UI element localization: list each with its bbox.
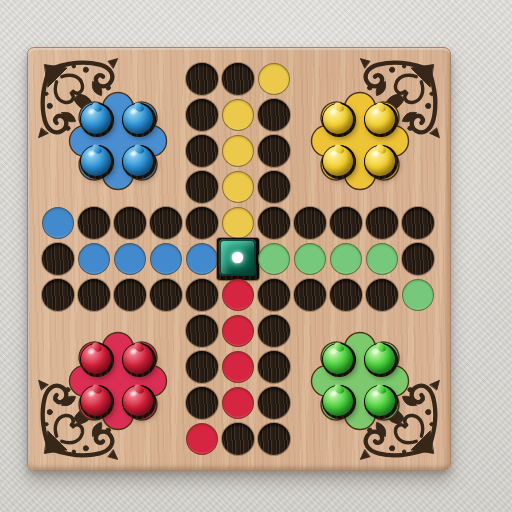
red-marble-1[interactable] [81,344,111,374]
cell-r9c5-hole[interactable] [186,351,218,383]
cell-r7c6-red[interactable] [222,279,254,311]
cell-r1c5-hole[interactable] [186,63,218,95]
cell-r5c5-hole[interactable] [186,207,218,239]
cell-r7c11-green[interactable] [402,279,434,311]
yellow-marble-3[interactable] [323,146,353,176]
blue-marble-3[interactable] [81,146,111,176]
cell-r5c8-hole[interactable] [294,207,326,239]
cell-r2c6-yellow[interactable] [222,99,254,131]
cell-r5c2-hole[interactable] [78,207,110,239]
cell-r6c2-blue[interactable] [78,243,110,275]
cell-r7c5-hole[interactable] [186,279,218,311]
cell-r6c5-blue[interactable] [186,243,218,275]
cell-r4c5-hole[interactable] [186,171,218,203]
cell-r3c7-hole[interactable] [258,135,290,167]
cell-r4c7-hole[interactable] [258,171,290,203]
cell-r2c5-hole[interactable] [186,99,218,131]
cell-r11c7-hole[interactable] [258,423,290,455]
cell-r6c4-blue[interactable] [150,243,182,275]
red-marble-3[interactable] [81,386,111,416]
cell-r7c3-hole[interactable] [114,279,146,311]
cell-r3c5-hole[interactable] [186,135,218,167]
cell-r5c7-hole[interactable] [258,207,290,239]
green-marble-2[interactable] [365,344,395,374]
cell-r7c7-hole[interactable] [258,279,290,311]
cell-r6c1-hole[interactable] [42,243,74,275]
cell-r4c6-yellow[interactable] [222,171,254,203]
cell-r5c1-blue[interactable] [42,207,74,239]
yellow-marble-2[interactable] [365,104,395,134]
cell-r7c8-hole[interactable] [294,279,326,311]
cell-r6c3-blue[interactable] [114,243,146,275]
cell-r6c8-green[interactable] [294,243,326,275]
cell-r6c7-green[interactable] [258,243,290,275]
die-pip [232,252,243,263]
cell-r7c4-hole[interactable] [150,279,182,311]
green-marble-1[interactable] [323,344,353,374]
cell-r5c4-hole[interactable] [150,207,182,239]
cell-r11c5-red[interactable] [186,423,218,455]
cell-r5c6-yellow[interactable] [222,207,254,239]
carpet-background [0,0,512,512]
cell-r1c7-yellow[interactable] [258,63,290,95]
cell-r10c7-hole[interactable] [258,387,290,419]
cell-r7c10-hole[interactable] [366,279,398,311]
red-marble-2[interactable] [123,344,153,374]
red-marble-4[interactable] [123,386,153,416]
blue-marble-2[interactable] [123,104,153,134]
cell-r8c5-hole[interactable] [186,315,218,347]
cell-r3c6-yellow[interactable] [222,135,254,167]
board [27,47,451,471]
cell-r7c2-hole[interactable] [78,279,110,311]
cell-r5c10-hole[interactable] [366,207,398,239]
cell-r10c5-hole[interactable] [186,387,218,419]
cell-r6c10-green[interactable] [366,243,398,275]
blue-marble-1[interactable] [81,104,111,134]
die[interactable] [219,239,256,276]
yellow-marble-1[interactable] [323,104,353,134]
cell-r11c6-hole[interactable] [222,423,254,455]
cell-r6c11-hole[interactable] [402,243,434,275]
blue-marble-4[interactable] [123,146,153,176]
corner-ornament-bottom-left-icon [36,376,122,462]
cell-r8c7-hole[interactable] [258,315,290,347]
cell-r7c9-hole[interactable] [330,279,362,311]
cell-r9c6-red[interactable] [222,351,254,383]
green-marble-4[interactable] [365,386,395,416]
cell-r1c6-hole[interactable] [222,63,254,95]
cell-r8c6-red[interactable] [222,315,254,347]
cell-r6c9-green[interactable] [330,243,362,275]
cell-r5c9-hole[interactable] [330,207,362,239]
cell-r9c7-hole[interactable] [258,351,290,383]
cell-r10c6-red[interactable] [222,387,254,419]
yellow-marble-4[interactable] [365,146,395,176]
cell-r2c7-hole[interactable] [258,99,290,131]
cell-r5c3-hole[interactable] [114,207,146,239]
green-marble-3[interactable] [323,386,353,416]
cell-r7c1-hole[interactable] [42,279,74,311]
cell-r5c11-hole[interactable] [402,207,434,239]
